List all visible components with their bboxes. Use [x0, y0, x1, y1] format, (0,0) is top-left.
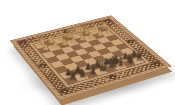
chess-piece-wp[interactable]: ♟: [104, 27, 114, 35]
chess-piece-bb[interactable]: ♝: [87, 63, 98, 76]
chess-piece-wp[interactable]: ♟: [50, 41, 60, 49]
chess-piece-wp[interactable]: ♟: [86, 32, 96, 40]
chess-piece-br[interactable]: ♜: [68, 71, 79, 82]
chess-piece-wp[interactable]: ♟: [60, 38, 70, 46]
chess-piece-bn[interactable]: ♞: [125, 54, 136, 65]
chess-piece-wp[interactable]: ♟: [78, 34, 88, 42]
chess-piece-bn[interactable]: ♞: [78, 67, 89, 79]
chess-piece-wp[interactable]: ♟: [41, 43, 51, 51]
chess-piece-wp[interactable]: ♟: [69, 36, 79, 44]
product-photo: ♜♞♝♛♚♝♞♜♟♟♟♟♟♟♟♟♟♟♟♟♟♟♟♟♜♞♝♛♚♝♞♜: [0, 0, 175, 105]
chess-piece-wp[interactable]: ♟: [95, 29, 105, 37]
